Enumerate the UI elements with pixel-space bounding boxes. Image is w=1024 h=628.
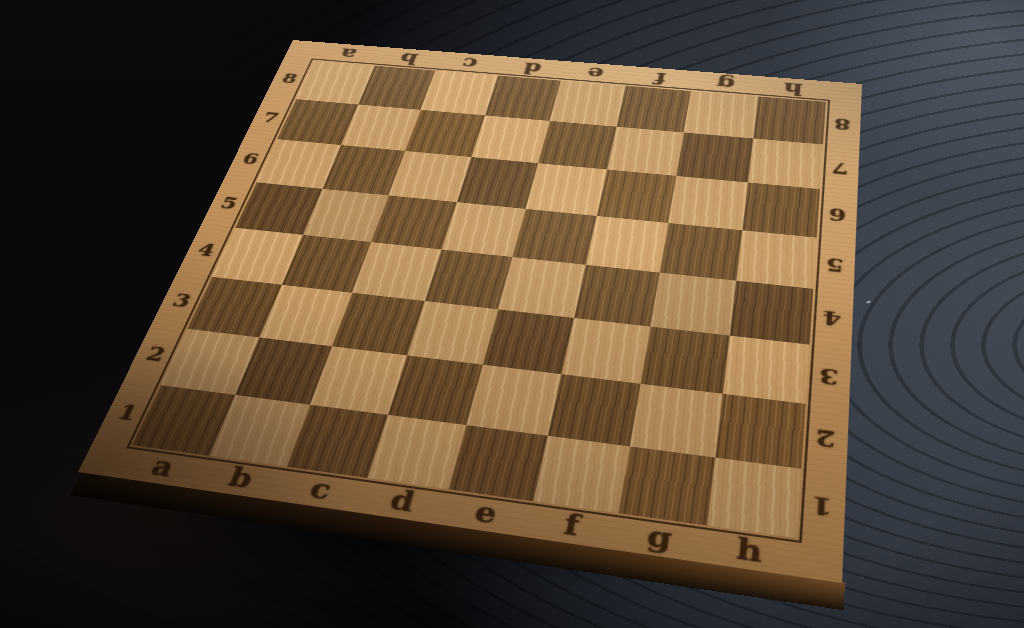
- square-d8[interactable]: [485, 76, 561, 121]
- square-d4[interactable]: [424, 249, 512, 308]
- square-e6[interactable]: [526, 163, 607, 215]
- square-h6[interactable]: [742, 182, 820, 237]
- square-g6[interactable]: [668, 176, 747, 230]
- square-h8[interactable]: [753, 96, 826, 144]
- square-g7[interactable]: [676, 132, 752, 182]
- square-h2[interactable]: [715, 394, 806, 469]
- square-f4[interactable]: [574, 265, 660, 326]
- square-e4[interactable]: [498, 257, 585, 317]
- square-h4[interactable]: [729, 281, 813, 345]
- square-d7[interactable]: [471, 115, 550, 163]
- square-e8[interactable]: [550, 81, 625, 127]
- photo-background: abcdefgh abcdefgh 87654321 87654321: [0, 0, 1024, 628]
- square-h7[interactable]: [747, 138, 823, 189]
- square-h5[interactable]: [736, 230, 817, 289]
- square-f5[interactable]: [585, 216, 668, 273]
- square-f3[interactable]: [561, 317, 651, 383]
- square-e1[interactable]: [449, 425, 548, 501]
- square-g2[interactable]: [630, 384, 722, 457]
- square-g5[interactable]: [660, 223, 742, 281]
- square-e2[interactable]: [466, 365, 560, 436]
- square-e7[interactable]: [538, 121, 616, 170]
- square-h3[interactable]: [722, 335, 809, 404]
- square-d5[interactable]: [441, 202, 526, 257]
- square-f6[interactable]: [596, 169, 676, 222]
- square-f1[interactable]: [533, 435, 630, 513]
- square-f8[interactable]: [616, 86, 691, 132]
- square-e3[interactable]: [483, 309, 574, 374]
- square-e5[interactable]: [512, 209, 596, 265]
- square-g4[interactable]: [651, 273, 736, 336]
- square-g8[interactable]: [684, 91, 758, 138]
- square-f2[interactable]: [547, 374, 640, 446]
- square-f7[interactable]: [607, 126, 684, 176]
- square-g3[interactable]: [641, 326, 730, 394]
- square-d6[interactable]: [457, 157, 539, 209]
- square-g1[interactable]: [618, 446, 714, 525]
- square-h1[interactable]: [706, 457, 801, 538]
